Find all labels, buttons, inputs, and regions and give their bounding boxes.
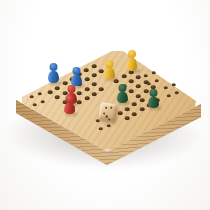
pawn-body: [127, 58, 137, 71]
pawn-yellow-1[interactable]: [127, 50, 137, 71]
pawn-body: [104, 68, 115, 79]
pawn-body: [64, 103, 75, 114]
die-pip-top: [104, 106, 107, 109]
pawn-body: [117, 92, 128, 103]
product-photo: [0, 0, 210, 210]
pawn-body: [48, 71, 59, 83]
die-pip-front: [105, 115, 108, 118]
pawn-green-2[interactable]: [148, 89, 159, 108]
pawn-body: [148, 97, 159, 108]
die-pip-front: [107, 118, 110, 121]
pawn-yellow-2[interactable]: [104, 60, 115, 79]
pawn-blue-1[interactable]: [48, 63, 59, 83]
wooden-die[interactable]: [98, 102, 118, 122]
pawn-head: [49, 63, 57, 71]
pawn-red-2[interactable]: [64, 95, 75, 114]
pawn-head: [128, 50, 136, 58]
pawn-green-1[interactable]: [117, 84, 128, 103]
pieces-layer: [0, 0, 210, 210]
die-pip-top: [110, 106, 113, 109]
pawn-blue-2[interactable]: [71, 67, 82, 86]
